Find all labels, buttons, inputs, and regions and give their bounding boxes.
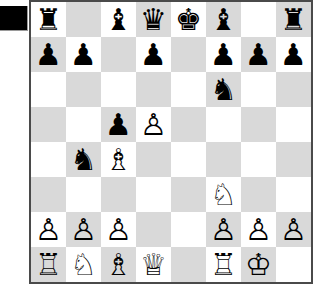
square-e3[interactable] <box>171 177 206 212</box>
square-a3[interactable] <box>31 177 66 212</box>
black-pawn: ♟ <box>140 37 167 72</box>
white-knight: ♘ <box>210 177 237 212</box>
square-h5[interactable] <box>276 107 311 142</box>
square-f4[interactable] <box>206 142 241 177</box>
square-b2[interactable]: ♙ <box>66 212 101 247</box>
square-d6[interactable] <box>136 72 171 107</box>
square-d7[interactable]: ♟ <box>136 37 171 72</box>
square-h6[interactable] <box>276 72 311 107</box>
black-pawn: ♟ <box>280 37 307 72</box>
square-c5[interactable]: ♟ <box>101 107 136 142</box>
square-e5[interactable] <box>171 107 206 142</box>
white-rook: ♖ <box>35 247 62 282</box>
square-f8[interactable]: ♝ <box>206 2 241 37</box>
square-a4[interactable] <box>31 142 66 177</box>
square-e4[interactable] <box>171 142 206 177</box>
square-g4[interactable] <box>241 142 276 177</box>
square-e1[interactable] <box>171 247 206 282</box>
square-g6[interactable] <box>241 72 276 107</box>
white-king: ♔ <box>245 247 272 282</box>
black-pawn: ♟ <box>210 37 237 72</box>
square-h3[interactable] <box>276 177 311 212</box>
square-h7[interactable]: ♟ <box>276 37 311 72</box>
square-g7[interactable]: ♟ <box>241 37 276 72</box>
black-knight: ♞ <box>210 72 237 107</box>
chess-board: ♜♝♛♚♝♜♟♟♟♟♟♟♞♟♙♞♗♘♙♙♙♙♙♙♖♘♗♕♖♔ <box>29 0 313 284</box>
square-g2[interactable]: ♙ <box>241 212 276 247</box>
square-a2[interactable]: ♙ <box>31 212 66 247</box>
black-bishop: ♝ <box>105 2 132 37</box>
square-c6[interactable] <box>101 72 136 107</box>
square-f3[interactable]: ♘ <box>206 177 241 212</box>
white-bishop: ♗ <box>105 142 132 177</box>
square-e7[interactable] <box>171 37 206 72</box>
black-knight: ♞ <box>70 142 97 177</box>
square-c8[interactable]: ♝ <box>101 2 136 37</box>
black-to-move-indicator <box>0 6 28 31</box>
square-a6[interactable] <box>31 72 66 107</box>
black-pawn: ♟ <box>245 37 272 72</box>
square-b5[interactable] <box>66 107 101 142</box>
square-g8[interactable] <box>241 2 276 37</box>
square-b4[interactable]: ♞ <box>66 142 101 177</box>
square-f2[interactable]: ♙ <box>206 212 241 247</box>
square-a7[interactable]: ♟ <box>31 37 66 72</box>
white-pawn: ♙ <box>35 212 62 247</box>
square-d2[interactable] <box>136 212 171 247</box>
square-g5[interactable] <box>241 107 276 142</box>
square-c2[interactable]: ♙ <box>101 212 136 247</box>
black-bishop: ♝ <box>210 2 237 37</box>
square-c1[interactable]: ♗ <box>101 247 136 282</box>
square-f7[interactable]: ♟ <box>206 37 241 72</box>
square-a5[interactable] <box>31 107 66 142</box>
square-g3[interactable] <box>241 177 276 212</box>
square-b7[interactable]: ♟ <box>66 37 101 72</box>
black-rook: ♜ <box>35 2 62 37</box>
square-a1[interactable]: ♖ <box>31 247 66 282</box>
square-e2[interactable] <box>171 212 206 247</box>
square-e8[interactable]: ♚ <box>171 2 206 37</box>
square-h4[interactable] <box>276 142 311 177</box>
black-king: ♚ <box>175 2 202 37</box>
white-pawn: ♙ <box>245 212 272 247</box>
square-c7[interactable] <box>101 37 136 72</box>
square-c3[interactable] <box>101 177 136 212</box>
square-c4[interactable]: ♗ <box>101 142 136 177</box>
square-h8[interactable]: ♜ <box>276 2 311 37</box>
square-d4[interactable] <box>136 142 171 177</box>
square-b8[interactable] <box>66 2 101 37</box>
white-rook: ♖ <box>210 247 237 282</box>
square-d3[interactable] <box>136 177 171 212</box>
square-f5[interactable] <box>206 107 241 142</box>
square-e6[interactable] <box>171 72 206 107</box>
square-h2[interactable]: ♙ <box>276 212 311 247</box>
square-f6[interactable]: ♞ <box>206 72 241 107</box>
square-f1[interactable]: ♖ <box>206 247 241 282</box>
square-g1[interactable]: ♔ <box>241 247 276 282</box>
square-a8[interactable]: ♜ <box>31 2 66 37</box>
white-bishop: ♗ <box>105 247 132 282</box>
white-pawn: ♙ <box>70 212 97 247</box>
white-pawn: ♙ <box>105 212 132 247</box>
black-rook: ♜ <box>280 2 307 37</box>
black-pawn: ♟ <box>35 37 62 72</box>
square-h1[interactable] <box>276 247 311 282</box>
square-b6[interactable] <box>66 72 101 107</box>
square-b3[interactable] <box>66 177 101 212</box>
white-pawn: ♙ <box>280 212 307 247</box>
chess-diagram: ♜♝♛♚♝♜♟♟♟♟♟♟♞♟♙♞♗♘♙♙♙♙♙♙♖♘♗♕♖♔ <box>0 0 315 285</box>
white-pawn: ♙ <box>210 212 237 247</box>
white-knight: ♘ <box>70 247 97 282</box>
white-queen: ♕ <box>140 247 167 282</box>
black-pawn: ♟ <box>105 107 132 142</box>
square-d1[interactable]: ♕ <box>136 247 171 282</box>
black-pawn: ♟ <box>70 37 97 72</box>
square-b1[interactable]: ♘ <box>66 247 101 282</box>
square-d5[interactable]: ♙ <box>136 107 171 142</box>
black-queen: ♛ <box>140 2 167 37</box>
white-pawn: ♙ <box>140 107 167 142</box>
square-d8[interactable]: ♛ <box>136 2 171 37</box>
